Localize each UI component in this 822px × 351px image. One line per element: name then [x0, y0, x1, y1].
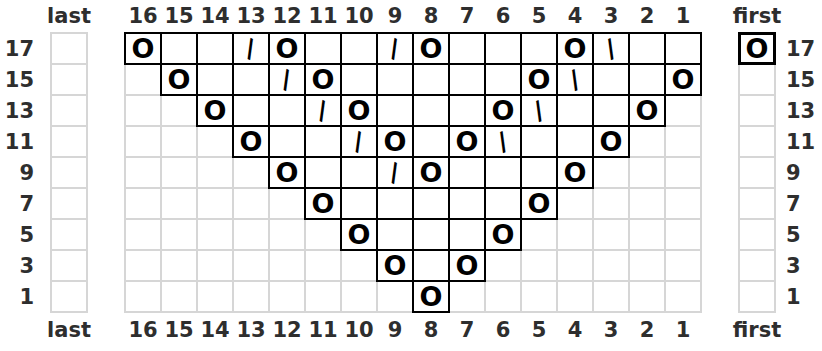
no-stitch-cell [666, 220, 700, 249]
chart-cell [198, 34, 232, 63]
column-number: 10 [342, 4, 376, 32]
column-number: 16 [126, 4, 160, 32]
chart-cell: O [558, 158, 592, 187]
first-stitch-box: O [740, 34, 774, 63]
knitting-chart-diagram: last 16151413121110987654321 first 17151… [0, 0, 822, 351]
chart-cell: O [306, 189, 340, 218]
row-number: 17 [776, 34, 822, 63]
no-stitch-cell [234, 282, 268, 311]
no-stitch-cell [522, 220, 556, 249]
chart-cell: O [594, 127, 628, 156]
row-number: 15 [776, 65, 822, 94]
circle-symbol: O [420, 159, 443, 186]
first-stitch-box [740, 96, 774, 125]
circle-symbol: O [456, 128, 479, 155]
first-stitch-box [740, 189, 774, 218]
no-stitch-cell [486, 251, 520, 280]
chart-cell: / [486, 127, 520, 156]
chart-cell [342, 158, 376, 187]
chart-cell [270, 127, 304, 156]
chart-cell: / [594, 34, 628, 63]
row-number: 17 [0, 34, 50, 63]
no-stitch-cell [594, 251, 628, 280]
chart-cell: \ [378, 34, 412, 63]
column-number: 7 [450, 4, 484, 32]
no-stitch-cell [162, 158, 196, 187]
row-number: 15 [0, 65, 50, 94]
row-number: 13 [776, 96, 822, 125]
chart-cell: O [126, 34, 160, 63]
chart-cell [522, 34, 556, 63]
column-number: 11 [306, 313, 340, 342]
circle-symbol: O [456, 252, 479, 279]
column-numbers-bottom: 16151413121110987654321 [124, 313, 702, 351]
chart-cell: O [342, 96, 376, 125]
chart-cell [558, 96, 592, 125]
column-number: 10 [342, 313, 376, 342]
last-column-cell [52, 65, 86, 94]
label-last-top: last [50, 0, 88, 32]
circle-symbol: O [348, 97, 371, 124]
slash-symbol: / [494, 128, 513, 155]
chart-cell: \ [378, 158, 412, 187]
no-stitch-cell [558, 189, 592, 218]
column-number: 8 [414, 313, 448, 342]
row-number: 3 [776, 251, 822, 280]
no-stitch-cell [126, 282, 160, 311]
no-stitch-cell [558, 282, 592, 311]
row-number: 3 [0, 251, 50, 280]
chart-cell [450, 96, 484, 125]
no-stitch-cell [270, 282, 304, 311]
no-stitch-cell [162, 96, 196, 125]
chart-cell [342, 34, 376, 63]
no-stitch-cell [450, 282, 484, 311]
chart-cell [450, 189, 484, 218]
no-stitch-cell [594, 282, 628, 311]
no-stitch-cell [126, 220, 160, 249]
no-stitch-cell [630, 158, 664, 187]
circle-symbol: O [312, 66, 335, 93]
column-number: 16 [126, 313, 160, 342]
no-stitch-cell [198, 282, 232, 311]
no-stitch-cell [270, 189, 304, 218]
chart-cell [414, 189, 448, 218]
row-numbers-right: 1715131197531 [776, 32, 822, 313]
row-numbers-left: 1715131197531 [0, 32, 50, 313]
backslash-symbol: \ [242, 35, 261, 62]
first-stitch-box [740, 127, 774, 156]
backslash-symbol: \ [350, 128, 369, 155]
main-chart-grid: O\O\OO/O\OO/OO\OO/OO\OO/OO\OOOOOOOOO [124, 32, 702, 313]
spacer [88, 313, 124, 351]
column-number: 9 [378, 313, 412, 342]
chart-cell: O [378, 127, 412, 156]
no-stitch-cell [234, 251, 268, 280]
chart-cell: \ [234, 34, 268, 63]
chart-cell [666, 34, 700, 63]
backslash-symbol: \ [386, 35, 405, 62]
no-stitch-cell [234, 189, 268, 218]
chart-cell [594, 96, 628, 125]
column-numbers-top: 16151413121110987654321 [124, 0, 702, 32]
circle-symbol: O [276, 159, 299, 186]
row-number: 9 [0, 158, 50, 187]
no-stitch-cell [558, 220, 592, 249]
no-stitch-cell [234, 158, 268, 187]
chart-cell [378, 220, 412, 249]
chart-cell: \ [342, 127, 376, 156]
circle-symbol: O [636, 97, 659, 124]
chart-cell: O [198, 96, 232, 125]
chart-cell [630, 65, 664, 94]
column-number: 8 [414, 4, 448, 32]
first-stitch-box [740, 251, 774, 280]
chart-cell [342, 65, 376, 94]
circle-symbol: O [746, 35, 769, 62]
no-stitch-cell [594, 158, 628, 187]
chart-cell [162, 34, 196, 63]
no-stitch-cell [126, 251, 160, 280]
no-stitch-cell [306, 282, 340, 311]
chart-cell [414, 220, 448, 249]
label-last-bottom: last [50, 313, 88, 351]
column-number: 1 [666, 4, 700, 32]
chart-cell: O [306, 65, 340, 94]
chart-cell [234, 65, 268, 94]
chart-cell [378, 65, 412, 94]
slash-symbol: / [602, 35, 621, 62]
no-stitch-cell [126, 189, 160, 218]
chart-cell: O [666, 65, 700, 94]
backslash-symbol: \ [386, 159, 405, 186]
chart-cell [414, 127, 448, 156]
no-stitch-cell [162, 189, 196, 218]
no-stitch-cell [630, 251, 664, 280]
chart-cell: O [414, 158, 448, 187]
chart-cell [234, 96, 268, 125]
last-column-cell [52, 189, 86, 218]
circle-symbol: O [564, 35, 587, 62]
chart-cell: O [486, 96, 520, 125]
last-column-cell [52, 127, 86, 156]
no-stitch-cell [594, 220, 628, 249]
slash-symbol: / [566, 66, 585, 93]
chart-cell: \ [306, 96, 340, 125]
corner-bottom-right [776, 313, 822, 351]
no-stitch-cell [126, 96, 160, 125]
last-column-cell [52, 34, 86, 63]
chart-cell: O [522, 189, 556, 218]
chart-cell: O [270, 158, 304, 187]
no-stitch-cell [162, 251, 196, 280]
chart-cell [558, 127, 592, 156]
column-number: 12 [270, 4, 304, 32]
chart-cell: O [450, 251, 484, 280]
column-number: 4 [558, 4, 592, 32]
no-stitch-cell [126, 127, 160, 156]
chart-cell [378, 96, 412, 125]
chart-cell [306, 34, 340, 63]
no-stitch-cell [630, 127, 664, 156]
circle-symbol: O [672, 66, 695, 93]
chart-cell [450, 158, 484, 187]
backslash-symbol: \ [314, 97, 333, 124]
circle-symbol: O [528, 190, 551, 217]
no-stitch-cell [666, 251, 700, 280]
no-stitch-cell [270, 220, 304, 249]
no-stitch-cell [666, 189, 700, 218]
chart-cell [414, 251, 448, 280]
circle-symbol: O [276, 35, 299, 62]
first-column-grid: O [738, 32, 776, 313]
label-first-bottom: first [738, 313, 776, 351]
no-stitch-cell [486, 282, 520, 311]
no-stitch-cell [198, 251, 232, 280]
backslash-symbol: \ [278, 66, 297, 93]
column-number: 15 [162, 4, 196, 32]
row-number: 1 [0, 282, 50, 311]
no-stitch-cell [198, 158, 232, 187]
chart-cell: O [234, 127, 268, 156]
chart-cell: O [630, 96, 664, 125]
column-number: 12 [270, 313, 304, 342]
no-stitch-cell [666, 96, 700, 125]
circle-symbol: O [492, 97, 515, 124]
no-stitch-cell [162, 282, 196, 311]
circle-symbol: O [312, 190, 335, 217]
circle-symbol: O [240, 128, 263, 155]
no-stitch-cell [522, 251, 556, 280]
chart-cell: O [486, 220, 520, 249]
circle-symbol: O [348, 221, 371, 248]
chart-cell [270, 96, 304, 125]
chart-cell: O [522, 65, 556, 94]
label-first-top: first [738, 0, 776, 32]
no-stitch-cell [270, 251, 304, 280]
circle-symbol: O [204, 97, 227, 124]
first-stitch-box [740, 65, 774, 94]
column-number: 1 [666, 313, 700, 342]
no-stitch-cell [162, 220, 196, 249]
spacer [702, 32, 738, 313]
chart-cell: O [414, 282, 448, 311]
circle-symbol: O [384, 128, 407, 155]
no-stitch-cell [342, 251, 376, 280]
column-number: 5 [522, 4, 556, 32]
row-number: 13 [0, 96, 50, 125]
column-number: 15 [162, 313, 196, 342]
last-column-cell [52, 96, 86, 125]
no-stitch-cell [306, 220, 340, 249]
circle-symbol: O [420, 35, 443, 62]
corner-top-right [776, 0, 822, 32]
chart-cell: / [522, 96, 556, 125]
no-stitch-cell [198, 189, 232, 218]
chart-cell: O [342, 220, 376, 249]
column-number: 7 [450, 313, 484, 342]
slash-symbol: / [530, 97, 549, 124]
chart-cell: O [558, 34, 592, 63]
column-number: 11 [306, 4, 340, 32]
chart-cell [486, 189, 520, 218]
chart-cell [594, 65, 628, 94]
no-stitch-cell [342, 282, 376, 311]
last-column-grid [50, 32, 88, 313]
column-number: 14 [198, 313, 232, 342]
no-stitch-cell [234, 220, 268, 249]
chart-cell: / [558, 65, 592, 94]
column-number: 3 [594, 4, 628, 32]
chart-cell [450, 34, 484, 63]
chart-cell: O [270, 34, 304, 63]
no-stitch-cell [666, 127, 700, 156]
no-stitch-cell [198, 220, 232, 249]
row-number: 11 [0, 127, 50, 156]
row-number: 5 [0, 220, 50, 249]
column-number: 13 [234, 4, 268, 32]
chart-cell [486, 34, 520, 63]
circle-symbol: O [492, 221, 515, 248]
column-number: 2 [630, 4, 664, 32]
row-number: 5 [776, 220, 822, 249]
column-number: 9 [378, 4, 412, 32]
no-stitch-cell [378, 282, 412, 311]
no-stitch-cell [126, 65, 160, 94]
no-stitch-cell [666, 158, 700, 187]
row-number: 7 [0, 189, 50, 218]
circle-symbol: O [168, 66, 191, 93]
no-stitch-cell [630, 220, 664, 249]
circle-symbol: O [528, 66, 551, 93]
column-number: 6 [486, 313, 520, 342]
circle-symbol: O [384, 252, 407, 279]
chart-cell [342, 189, 376, 218]
no-stitch-cell [306, 251, 340, 280]
last-column-cell [52, 282, 86, 311]
chart-cell [522, 127, 556, 156]
first-stitch-box [740, 282, 774, 311]
circle-symbol: O [420, 283, 443, 310]
chart-cell [450, 220, 484, 249]
spacer [88, 0, 124, 32]
chart-cell: O [450, 127, 484, 156]
chart-cell: O [162, 65, 196, 94]
column-number: 2 [630, 313, 664, 342]
chart-cell [414, 96, 448, 125]
no-stitch-cell [666, 282, 700, 311]
no-stitch-cell [630, 282, 664, 311]
no-stitch-cell [162, 127, 196, 156]
chart-cell: O [378, 251, 412, 280]
row-number: 9 [776, 158, 822, 187]
chart-cell [414, 65, 448, 94]
chart-cell [198, 65, 232, 94]
no-stitch-cell [126, 158, 160, 187]
spacer [88, 32, 124, 313]
chart-cell: \ [270, 65, 304, 94]
column-number: 4 [558, 313, 592, 342]
row-number: 11 [776, 127, 822, 156]
chart-cell [630, 34, 664, 63]
last-column-cell [52, 158, 86, 187]
row-number: 1 [776, 282, 822, 311]
chart-cell [378, 189, 412, 218]
column-number: 13 [234, 313, 268, 342]
chart-cell [450, 65, 484, 94]
circle-symbol: O [564, 159, 587, 186]
circle-symbol: O [600, 128, 623, 155]
chart-cell [486, 65, 520, 94]
column-number: 6 [486, 4, 520, 32]
no-stitch-cell [522, 282, 556, 311]
column-number: 5 [522, 313, 556, 342]
chart-cell: O [414, 34, 448, 63]
corner-top-left [0, 0, 50, 32]
first-stitch-box [740, 220, 774, 249]
column-number: 3 [594, 313, 628, 342]
circle-symbol: O [132, 35, 155, 62]
column-number: 14 [198, 4, 232, 32]
chart-cell [306, 158, 340, 187]
first-stitch-box [740, 158, 774, 187]
chart-cell [486, 158, 520, 187]
last-column-cell [52, 251, 86, 280]
chart-cell [522, 158, 556, 187]
no-stitch-cell [558, 251, 592, 280]
last-column-cell [52, 220, 86, 249]
row-number: 7 [776, 189, 822, 218]
no-stitch-cell [630, 189, 664, 218]
corner-bottom-left [0, 313, 50, 351]
no-stitch-cell [594, 189, 628, 218]
chart-cell [306, 127, 340, 156]
no-stitch-cell [198, 127, 232, 156]
